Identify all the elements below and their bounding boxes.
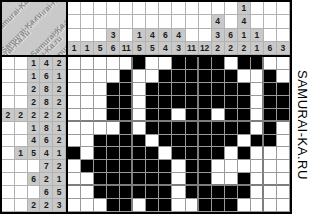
board-cell[interactable] bbox=[120, 57, 133, 70]
row-clue-cell bbox=[15, 70, 28, 83]
row-clue-cell: 1 bbox=[28, 57, 41, 70]
row-clue-cell: 6 bbox=[40, 70, 53, 83]
board-cell[interactable] bbox=[107, 147, 120, 160]
board-cell[interactable] bbox=[146, 83, 159, 96]
board-cell[interactable] bbox=[133, 147, 146, 160]
board-cell[interactable] bbox=[277, 186, 290, 199]
column-clue-cell: 4 bbox=[146, 29, 159, 42]
board-cell[interactable] bbox=[277, 109, 290, 122]
board-cell[interactable] bbox=[159, 160, 172, 173]
board-cell[interactable] bbox=[94, 83, 107, 96]
board-cell[interactable] bbox=[68, 70, 81, 83]
board-cell[interactable] bbox=[199, 199, 212, 212]
board-cell[interactable] bbox=[225, 70, 238, 83]
board-cell[interactable] bbox=[199, 160, 212, 173]
board-cell[interactable] bbox=[186, 122, 199, 135]
column-clue-cell: 2 bbox=[238, 42, 251, 55]
board-cell[interactable] bbox=[225, 160, 238, 173]
board-cell[interactable] bbox=[133, 135, 146, 148]
column-clue-cell bbox=[264, 29, 277, 42]
board-cell[interactable] bbox=[107, 122, 120, 135]
board-cell[interactable] bbox=[81, 160, 94, 173]
column-clue-cell bbox=[199, 2, 212, 15]
board-cell[interactable] bbox=[212, 83, 225, 96]
board-cell[interactable] bbox=[199, 83, 212, 96]
board-cell[interactable] bbox=[159, 96, 172, 109]
board-cell[interactable] bbox=[172, 135, 185, 148]
board-cell[interactable] bbox=[264, 96, 277, 109]
board-cell[interactable] bbox=[146, 186, 159, 199]
column-clue-cell bbox=[94, 2, 107, 15]
column-clue-cell: 1 bbox=[251, 29, 264, 42]
board-cell[interactable] bbox=[146, 160, 159, 173]
column-clue-cell: 4 bbox=[212, 15, 225, 28]
row-clue-cell: 2 bbox=[53, 135, 66, 148]
board-cell[interactable] bbox=[251, 96, 264, 109]
board-cell[interactable] bbox=[251, 160, 264, 173]
column-clue-cell bbox=[277, 29, 290, 42]
row-clue-cell: 4 bbox=[28, 135, 41, 148]
board-cell[interactable] bbox=[225, 57, 238, 70]
board-cell[interactable] bbox=[186, 160, 199, 173]
column-clue-cell bbox=[186, 15, 199, 28]
board-cell[interactable] bbox=[68, 173, 81, 186]
column-clue-cell: 4 bbox=[159, 42, 172, 55]
row-clue-cell: 1 bbox=[28, 122, 41, 135]
row-clue-cell bbox=[15, 160, 28, 173]
board-cell[interactable] bbox=[251, 199, 264, 212]
board-cell[interactable] bbox=[94, 96, 107, 109]
board-cell[interactable] bbox=[172, 70, 185, 83]
board-cell[interactable] bbox=[81, 135, 94, 148]
board-cell[interactable] bbox=[94, 57, 107, 70]
board-cell[interactable] bbox=[146, 96, 159, 109]
board-cell[interactable] bbox=[68, 83, 81, 96]
board-cell[interactable] bbox=[159, 83, 172, 96]
board-cell[interactable] bbox=[120, 70, 133, 83]
board-cell[interactable] bbox=[107, 186, 120, 199]
board-cell[interactable] bbox=[251, 173, 264, 186]
column-clue-cell: 3 bbox=[172, 42, 185, 55]
board-cell[interactable] bbox=[238, 160, 251, 173]
board-cell[interactable] bbox=[81, 70, 94, 83]
row-clue-cell bbox=[2, 173, 15, 186]
board-cell[interactable] bbox=[264, 109, 277, 122]
board-cell[interactable] bbox=[120, 96, 133, 109]
board-cell[interactable] bbox=[68, 147, 81, 160]
board-cell[interactable] bbox=[238, 199, 251, 212]
column-clue-cell bbox=[146, 2, 159, 15]
board-cell[interactable] bbox=[186, 96, 199, 109]
board-cell[interactable] bbox=[94, 109, 107, 122]
board-cell[interactable] bbox=[107, 160, 120, 173]
board-cell[interactable] bbox=[277, 122, 290, 135]
column-clue-cell: 6 bbox=[264, 42, 277, 55]
column-clue-cell: 2 bbox=[212, 42, 225, 55]
board-cell[interactable] bbox=[172, 173, 185, 186]
board-cell[interactable] bbox=[68, 57, 81, 70]
column-clue-cell: 1 bbox=[238, 2, 251, 15]
column-clue-cell bbox=[199, 29, 212, 42]
board-cell[interactable] bbox=[172, 147, 185, 160]
board-cell[interactable] bbox=[68, 160, 81, 173]
board-cell[interactable] bbox=[238, 147, 251, 160]
board-cell[interactable] bbox=[159, 186, 172, 199]
board-cell[interactable] bbox=[186, 199, 199, 212]
board-cell[interactable] bbox=[94, 147, 107, 160]
board-cell[interactable] bbox=[251, 147, 264, 160]
row-clue-cell: 1 bbox=[53, 122, 66, 135]
board-cell[interactable] bbox=[212, 160, 225, 173]
board-cell[interactable] bbox=[120, 122, 133, 135]
board-cell[interactable] bbox=[277, 96, 290, 109]
board-cell[interactable] bbox=[251, 57, 264, 70]
board-cell[interactable] bbox=[277, 199, 290, 212]
board-cell[interactable] bbox=[159, 70, 172, 83]
board-cell[interactable] bbox=[107, 173, 120, 186]
board-cell[interactable] bbox=[172, 109, 185, 122]
column-clue-cell bbox=[225, 15, 238, 28]
board-cell[interactable] bbox=[186, 173, 199, 186]
board-cell[interactable] bbox=[146, 199, 159, 212]
board-cell[interactable] bbox=[68, 122, 81, 135]
board-cell[interactable] bbox=[68, 199, 81, 212]
board-cell[interactable] bbox=[186, 186, 199, 199]
board-cell[interactable] bbox=[159, 173, 172, 186]
column-clue-cell bbox=[133, 2, 146, 15]
board-cell[interactable] bbox=[264, 57, 277, 70]
board-cell[interactable] bbox=[172, 57, 185, 70]
column-clue-cell: 1 bbox=[251, 42, 264, 55]
board-cell[interactable] bbox=[212, 70, 225, 83]
column-clue-cell bbox=[120, 2, 133, 15]
column-clue-cell: 4 bbox=[238, 15, 251, 28]
board-cell[interactable] bbox=[251, 70, 264, 83]
board-cell[interactable] bbox=[146, 122, 159, 135]
board-cell[interactable] bbox=[81, 186, 94, 199]
row-clue-cell bbox=[2, 83, 15, 96]
board-cell[interactable] bbox=[264, 83, 277, 96]
board-cell[interactable] bbox=[68, 135, 81, 148]
board-cell[interactable] bbox=[264, 70, 277, 83]
board-cell[interactable] bbox=[107, 135, 120, 148]
column-clue-cell: 5 bbox=[146, 42, 159, 55]
board-cell[interactable] bbox=[251, 109, 264, 122]
row-clue-cell bbox=[15, 173, 28, 186]
board-cell[interactable] bbox=[264, 173, 277, 186]
board-cell[interactable] bbox=[172, 186, 185, 199]
row-clue-cell: 6 bbox=[40, 186, 53, 199]
board-cell[interactable] bbox=[199, 57, 212, 70]
board-cell[interactable] bbox=[238, 83, 251, 96]
board-cell[interactable] bbox=[120, 109, 133, 122]
board-cell[interactable] bbox=[107, 96, 120, 109]
board-cell[interactable] bbox=[264, 199, 277, 212]
column-clue-cell bbox=[120, 15, 133, 28]
board-cell[interactable] bbox=[94, 199, 107, 212]
board-cell[interactable] bbox=[146, 135, 159, 148]
board-cell[interactable] bbox=[277, 173, 290, 186]
board-cell[interactable] bbox=[159, 135, 172, 148]
board-cell[interactable] bbox=[251, 83, 264, 96]
column-clue-cell bbox=[277, 2, 290, 15]
board-cell[interactable] bbox=[133, 96, 146, 109]
board-cell[interactable] bbox=[225, 186, 238, 199]
board-cell[interactable] bbox=[199, 147, 212, 160]
row-clue-cell: 2 bbox=[28, 199, 41, 212]
board-cell[interactable] bbox=[238, 173, 251, 186]
board-cell[interactable] bbox=[133, 83, 146, 96]
board-cell[interactable] bbox=[159, 122, 172, 135]
board-cell[interactable] bbox=[199, 96, 212, 109]
board-cell[interactable] bbox=[238, 135, 251, 148]
board-cell[interactable] bbox=[186, 83, 199, 96]
board-cell[interactable] bbox=[81, 199, 94, 212]
column-clue-cell bbox=[172, 15, 185, 28]
board-cell[interactable] bbox=[212, 147, 225, 160]
column-clue-cell: 5 bbox=[133, 42, 146, 55]
board-cell[interactable] bbox=[264, 160, 277, 173]
board-cell[interactable] bbox=[68, 96, 81, 109]
board-cell[interactable] bbox=[120, 147, 133, 160]
board-cell[interactable] bbox=[159, 109, 172, 122]
board-cell[interactable] bbox=[225, 147, 238, 160]
board-cell[interactable] bbox=[172, 199, 185, 212]
board-cell[interactable] bbox=[199, 135, 212, 148]
row-clue-cell: 1 bbox=[15, 147, 28, 160]
board-cell[interactable] bbox=[159, 147, 172, 160]
board-cell[interactable] bbox=[81, 147, 94, 160]
row-clue-cell: 1 bbox=[53, 147, 66, 160]
board-cell[interactable] bbox=[199, 122, 212, 135]
board-cell[interactable] bbox=[146, 109, 159, 122]
board-cell[interactable] bbox=[277, 83, 290, 96]
board-cell[interactable] bbox=[107, 70, 120, 83]
board-cell[interactable] bbox=[251, 135, 264, 148]
board-cell[interactable] bbox=[94, 186, 107, 199]
column-clue-cell: 1 bbox=[81, 42, 94, 55]
column-clue-cell bbox=[251, 2, 264, 15]
board-cell[interactable] bbox=[159, 57, 172, 70]
board-cell[interactable] bbox=[251, 186, 264, 199]
column-clue-cell bbox=[264, 2, 277, 15]
board-cell[interactable] bbox=[212, 109, 225, 122]
column-clue-cell: 11 bbox=[120, 42, 133, 55]
row-clue-cell bbox=[15, 135, 28, 148]
row-clue-cell: 4 bbox=[40, 147, 53, 160]
board-cell[interactable] bbox=[277, 160, 290, 173]
board-cell[interactable] bbox=[81, 96, 94, 109]
puzzle-frame: Samurai-Ka.ruSamurai-Ka.ruSamurai-Ka.ruS… bbox=[0, 0, 292, 214]
row-clue-cell bbox=[15, 96, 28, 109]
row-clue-cell bbox=[2, 199, 15, 212]
column-clue-cell: 3 bbox=[277, 42, 290, 55]
board-cell[interactable] bbox=[264, 122, 277, 135]
board-cell[interactable] bbox=[277, 57, 290, 70]
board-cell[interactable] bbox=[120, 83, 133, 96]
row-clue-cell bbox=[2, 57, 15, 70]
board-cell[interactable] bbox=[225, 199, 238, 212]
column-clue-cell: 11 bbox=[186, 42, 199, 55]
board-cell[interactable] bbox=[107, 57, 120, 70]
row-clue-cell: 6 bbox=[28, 173, 41, 186]
board-cell[interactable] bbox=[133, 173, 146, 186]
board-cell[interactable] bbox=[199, 173, 212, 186]
board-cell[interactable] bbox=[186, 147, 199, 160]
row-clue-cell: 2 bbox=[2, 109, 15, 122]
board-cell[interactable] bbox=[238, 57, 251, 70]
column-clue-cell bbox=[68, 29, 81, 42]
board-cell[interactable] bbox=[120, 173, 133, 186]
board-cell[interactable] bbox=[238, 109, 251, 122]
board-cell[interactable] bbox=[146, 147, 159, 160]
board-cell[interactable] bbox=[68, 109, 81, 122]
column-clue-cell: 6 bbox=[225, 29, 238, 42]
board-cell[interactable] bbox=[225, 96, 238, 109]
column-clue-cell bbox=[264, 15, 277, 28]
board-cell[interactable] bbox=[199, 70, 212, 83]
board-cell[interactable] bbox=[94, 122, 107, 135]
board-cell[interactable] bbox=[225, 173, 238, 186]
board-cell[interactable] bbox=[277, 70, 290, 83]
board-cell[interactable] bbox=[238, 122, 251, 135]
board-cell[interactable] bbox=[107, 83, 120, 96]
board-cell[interactable] bbox=[225, 122, 238, 135]
board-cell[interactable] bbox=[212, 96, 225, 109]
row-clue-cell bbox=[28, 160, 41, 173]
column-clue-cell: 3 bbox=[107, 29, 120, 42]
board-cell[interactable] bbox=[120, 199, 133, 212]
board-cell[interactable] bbox=[264, 135, 277, 148]
board-cell[interactable] bbox=[133, 122, 146, 135]
column-clue-cell bbox=[172, 2, 185, 15]
column-clues: 14431464361111561155431112222163 bbox=[68, 2, 290, 57]
row-clue-cell bbox=[2, 186, 15, 199]
board-cell[interactable] bbox=[146, 173, 159, 186]
board-cell[interactable] bbox=[225, 83, 238, 96]
column-clue-cell bbox=[146, 15, 159, 28]
board-cell[interactable] bbox=[212, 186, 225, 199]
board-cell[interactable] bbox=[94, 135, 107, 148]
column-clue-cell: 1 bbox=[133, 29, 146, 42]
board-cell[interactable] bbox=[172, 83, 185, 96]
board-cell[interactable] bbox=[212, 122, 225, 135]
board-cell[interactable] bbox=[251, 122, 264, 135]
board-cell[interactable] bbox=[186, 70, 199, 83]
board-cell[interactable] bbox=[225, 135, 238, 148]
row-clue-cell bbox=[15, 199, 28, 212]
board-cell[interactable] bbox=[146, 70, 159, 83]
board-cell[interactable] bbox=[212, 57, 225, 70]
column-clue-cell bbox=[186, 29, 199, 42]
row-clue-cell bbox=[2, 96, 15, 109]
board-cell[interactable] bbox=[225, 109, 238, 122]
board-cell[interactable] bbox=[277, 147, 290, 160]
board-cell[interactable] bbox=[264, 147, 277, 160]
column-clue-cell bbox=[277, 15, 290, 28]
row-clue-cell: 2 bbox=[40, 199, 53, 212]
board-cell[interactable] bbox=[81, 173, 94, 186]
board-cell[interactable] bbox=[94, 160, 107, 173]
row-clue-cell: 7 bbox=[40, 160, 53, 173]
board-cell[interactable] bbox=[199, 109, 212, 122]
board-cell[interactable] bbox=[133, 70, 146, 83]
row-clue-cell: 5 bbox=[28, 147, 41, 160]
board-cell[interactable] bbox=[94, 173, 107, 186]
board-cell[interactable] bbox=[238, 96, 251, 109]
row-clue-cell bbox=[15, 186, 28, 199]
row-clue-cell: 8 bbox=[40, 122, 53, 135]
column-clue-cell: 4 bbox=[172, 29, 185, 42]
board-grid bbox=[68, 57, 290, 212]
board-cell[interactable] bbox=[238, 70, 251, 83]
board-cell[interactable] bbox=[133, 57, 146, 70]
column-clue-cell: 6 bbox=[159, 29, 172, 42]
board-cell[interactable] bbox=[186, 57, 199, 70]
board-cell[interactable] bbox=[120, 135, 133, 148]
board-cell[interactable] bbox=[133, 160, 146, 173]
board-cell[interactable] bbox=[107, 199, 120, 212]
board-cell[interactable] bbox=[133, 109, 146, 122]
board-cell[interactable] bbox=[68, 186, 81, 199]
board-cell[interactable] bbox=[94, 70, 107, 83]
row-clue-cell: 2 bbox=[53, 83, 66, 96]
column-clue-cell bbox=[251, 15, 264, 28]
row-clue-cell: 2 bbox=[28, 109, 41, 122]
row-clue-cell: 2 bbox=[53, 57, 66, 70]
board-cell[interactable] bbox=[120, 186, 133, 199]
board-cell[interactable] bbox=[212, 173, 225, 186]
board-cell[interactable] bbox=[172, 122, 185, 135]
row-clue-cell: 2 bbox=[53, 160, 66, 173]
board-cell[interactable] bbox=[120, 160, 133, 173]
column-clue-cell bbox=[120, 29, 133, 42]
column-clue-cell bbox=[159, 15, 172, 28]
board-cell[interactable] bbox=[199, 186, 212, 199]
row-clue-cell: 2 bbox=[28, 83, 41, 96]
board-cell[interactable] bbox=[172, 96, 185, 109]
row-clue-cell: 1 bbox=[53, 70, 66, 83]
column-clue-cell bbox=[159, 2, 172, 15]
board-cell[interactable] bbox=[81, 109, 94, 122]
board-cell[interactable] bbox=[81, 57, 94, 70]
board-cell[interactable] bbox=[81, 83, 94, 96]
row-clue-cell: 2 bbox=[53, 109, 66, 122]
board-cell[interactable] bbox=[159, 199, 172, 212]
board-cell[interactable] bbox=[146, 57, 159, 70]
board-cell[interactable] bbox=[133, 199, 146, 212]
board-cell[interactable] bbox=[186, 135, 199, 148]
board-cell[interactable] bbox=[264, 186, 277, 199]
board-cell[interactable] bbox=[212, 135, 225, 148]
board-cell[interactable] bbox=[238, 186, 251, 199]
board-cell[interactable] bbox=[186, 109, 199, 122]
column-clue-cell bbox=[81, 2, 94, 15]
board-cell[interactable] bbox=[81, 122, 94, 135]
column-clue-cell: 6 bbox=[107, 42, 120, 55]
board-cell[interactable] bbox=[212, 199, 225, 212]
row-clue-cell: 2 bbox=[15, 109, 28, 122]
column-clue-cell: 2 bbox=[225, 42, 238, 55]
board-cell[interactable] bbox=[107, 109, 120, 122]
board-cell[interactable] bbox=[277, 135, 290, 148]
column-clue-cell bbox=[133, 15, 146, 28]
row-clue-cell: 5 bbox=[53, 186, 66, 199]
row-clue-cell: 2 bbox=[40, 109, 53, 122]
board-cell[interactable] bbox=[133, 186, 146, 199]
column-clue-cell: 3 bbox=[212, 29, 225, 42]
board-cell[interactable] bbox=[172, 160, 185, 173]
